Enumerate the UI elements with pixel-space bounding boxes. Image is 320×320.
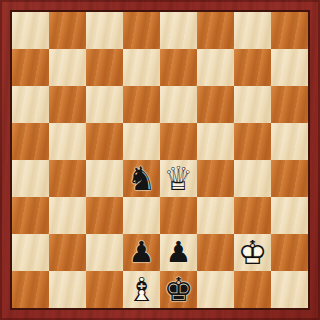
white-bishop-outline: ♗ <box>123 271 160 308</box>
square-c6[interactable] <box>86 86 123 123</box>
square-a2[interactable] <box>12 234 49 271</box>
square-b8[interactable] <box>49 12 86 49</box>
square-c8[interactable] <box>86 12 123 49</box>
square-c4[interactable] <box>86 160 123 197</box>
square-h5[interactable] <box>271 123 308 160</box>
black-pawn-glyph: ♟ <box>123 234 160 271</box>
square-b3[interactable] <box>49 197 86 234</box>
square-h3[interactable] <box>271 197 308 234</box>
square-d6[interactable] <box>123 86 160 123</box>
chess-board: ♞♛♕♟♟♚♔♝♗♚ <box>10 10 310 310</box>
square-a4[interactable] <box>12 160 49 197</box>
square-e2[interactable]: ♟ <box>160 234 197 271</box>
square-h6[interactable] <box>271 86 308 123</box>
black-knight: ♞ <box>123 160 160 197</box>
square-f6[interactable] <box>197 86 234 123</box>
white-bishop: ♝♗ <box>123 271 160 308</box>
square-g1[interactable] <box>234 271 271 308</box>
white-king: ♚♔ <box>234 234 271 271</box>
white-king-outline: ♔ <box>234 234 271 271</box>
square-e3[interactable] <box>160 197 197 234</box>
square-g2[interactable]: ♚♔ <box>234 234 271 271</box>
square-f4[interactable] <box>197 160 234 197</box>
square-h8[interactable] <box>271 12 308 49</box>
square-a6[interactable] <box>12 86 49 123</box>
square-a5[interactable] <box>12 123 49 160</box>
square-b7[interactable] <box>49 49 86 86</box>
square-h1[interactable] <box>271 271 308 308</box>
square-e5[interactable] <box>160 123 197 160</box>
square-f7[interactable] <box>197 49 234 86</box>
square-b1[interactable] <box>49 271 86 308</box>
square-b2[interactable] <box>49 234 86 271</box>
square-f5[interactable] <box>197 123 234 160</box>
square-c1[interactable] <box>86 271 123 308</box>
square-e7[interactable] <box>160 49 197 86</box>
square-e6[interactable] <box>160 86 197 123</box>
white-queen: ♛♕ <box>160 160 197 197</box>
square-b6[interactable] <box>49 86 86 123</box>
board-frame: ♞♛♕♟♟♚♔♝♗♚ <box>0 0 320 320</box>
square-g7[interactable] <box>234 49 271 86</box>
square-e4[interactable]: ♛♕ <box>160 160 197 197</box>
square-h2[interactable] <box>271 234 308 271</box>
square-h7[interactable] <box>271 49 308 86</box>
square-d8[interactable] <box>123 12 160 49</box>
square-b4[interactable] <box>49 160 86 197</box>
square-d1[interactable]: ♝♗ <box>123 271 160 308</box>
square-c7[interactable] <box>86 49 123 86</box>
square-a3[interactable] <box>12 197 49 234</box>
black-pawn: ♟ <box>123 234 160 271</box>
black-king-glyph: ♚ <box>160 271 197 308</box>
square-g5[interactable] <box>234 123 271 160</box>
square-c5[interactable] <box>86 123 123 160</box>
square-a1[interactable] <box>12 271 49 308</box>
black-king: ♚ <box>160 271 197 308</box>
square-b5[interactable] <box>49 123 86 160</box>
square-e8[interactable] <box>160 12 197 49</box>
white-queen-outline: ♕ <box>160 160 197 197</box>
square-e1[interactable]: ♚ <box>160 271 197 308</box>
square-f3[interactable] <box>197 197 234 234</box>
square-c2[interactable] <box>86 234 123 271</box>
square-g6[interactable] <box>234 86 271 123</box>
square-c3[interactable] <box>86 197 123 234</box>
square-g4[interactable] <box>234 160 271 197</box>
black-knight-glyph: ♞ <box>123 160 160 197</box>
square-a8[interactable] <box>12 12 49 49</box>
square-f8[interactable] <box>197 12 234 49</box>
square-d4[interactable]: ♞ <box>123 160 160 197</box>
square-d2[interactable]: ♟ <box>123 234 160 271</box>
square-f1[interactable] <box>197 271 234 308</box>
black-pawn: ♟ <box>160 234 197 271</box>
square-h4[interactable] <box>271 160 308 197</box>
square-g8[interactable] <box>234 12 271 49</box>
square-d7[interactable] <box>123 49 160 86</box>
black-pawn-glyph: ♟ <box>160 234 197 271</box>
square-d5[interactable] <box>123 123 160 160</box>
square-a7[interactable] <box>12 49 49 86</box>
square-g3[interactable] <box>234 197 271 234</box>
square-f2[interactable] <box>197 234 234 271</box>
square-d3[interactable] <box>123 197 160 234</box>
